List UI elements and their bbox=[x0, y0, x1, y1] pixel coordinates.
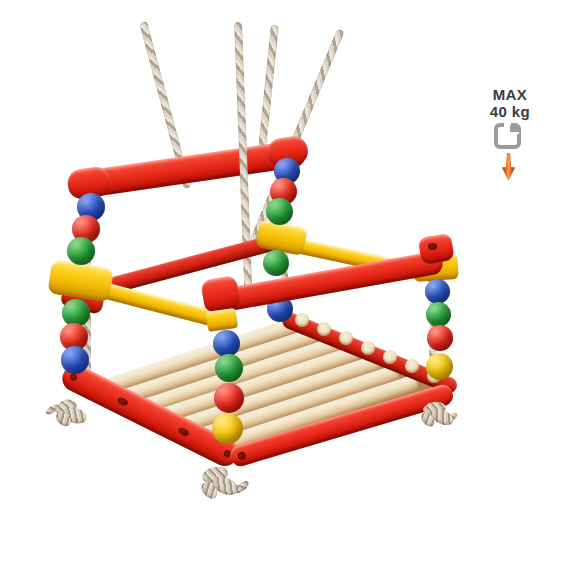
bead-blue bbox=[425, 279, 450, 304]
seat-slat-end bbox=[383, 350, 397, 364]
bead-blue bbox=[213, 330, 240, 357]
seat-slat-end bbox=[295, 313, 309, 327]
max-weight-label: MAX bbox=[484, 86, 536, 103]
bead-green bbox=[215, 354, 243, 382]
bead-red bbox=[214, 383, 244, 413]
rail-hole bbox=[116, 396, 129, 407]
bead-green bbox=[263, 250, 289, 276]
seat-slat-end bbox=[339, 331, 353, 345]
seat-slat-end bbox=[405, 359, 419, 373]
weight-icon bbox=[494, 123, 521, 149]
rope-hole bbox=[428, 243, 437, 250]
seat-slat-end bbox=[317, 322, 331, 336]
armrest-left-bar-left-cap bbox=[47, 259, 114, 302]
bead-yellow bbox=[212, 413, 243, 444]
bead-yellow bbox=[426, 353, 453, 380]
bead-green bbox=[67, 237, 95, 265]
rope-center-back bbox=[258, 25, 279, 147]
bead-blue bbox=[61, 346, 89, 374]
weight-icon-handle-gap bbox=[510, 132, 519, 134]
down-arrow-icon bbox=[502, 153, 515, 181]
bead-green bbox=[426, 302, 451, 327]
seat-slat-end bbox=[361, 341, 375, 355]
max-weight-value: 40 kg bbox=[477, 103, 543, 120]
weight-icon-handle bbox=[510, 125, 519, 132]
rail-end-hole bbox=[237, 450, 247, 460]
bead-red bbox=[427, 325, 453, 351]
armrest-left-bar-end-cap bbox=[206, 308, 238, 332]
bead-green bbox=[266, 198, 293, 225]
rail-hole bbox=[177, 426, 190, 437]
product-photo: MAX 40 kg bbox=[0, 0, 570, 570]
